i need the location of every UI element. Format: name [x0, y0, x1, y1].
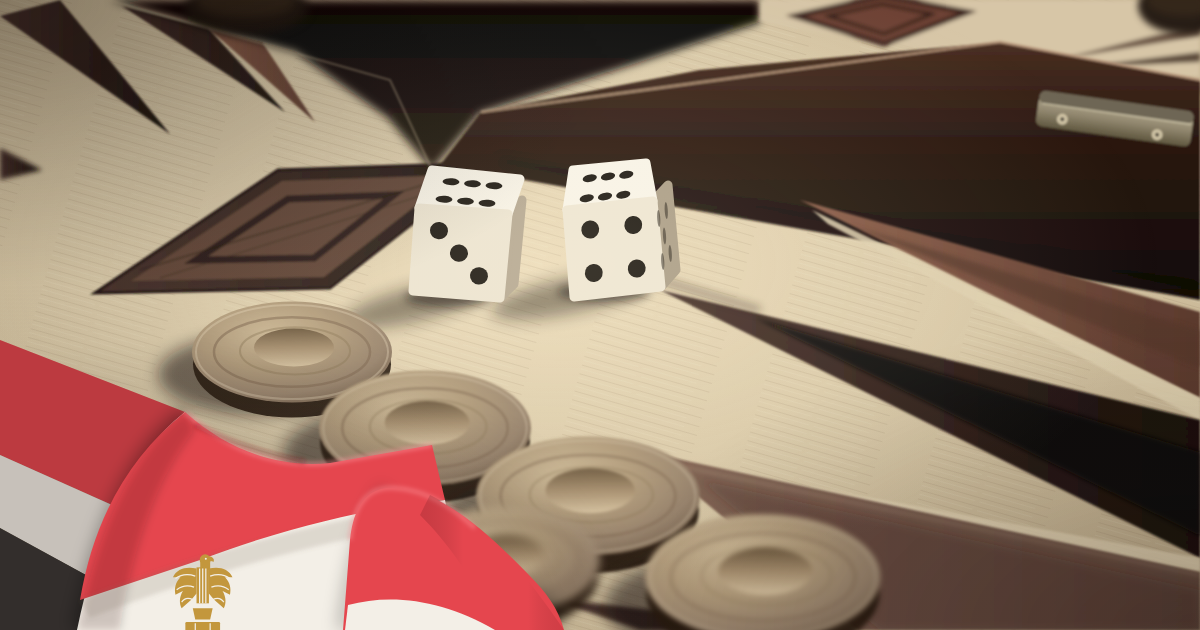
backgammon-photo-scene — [0, 0, 1200, 630]
